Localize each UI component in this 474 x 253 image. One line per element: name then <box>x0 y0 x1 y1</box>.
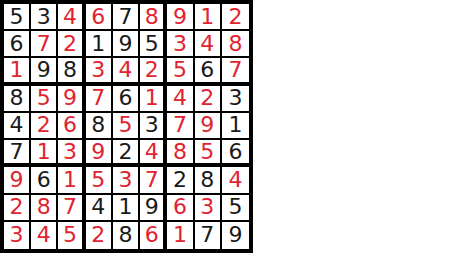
cell-r2c6[interactable]: 5 <box>140 31 167 58</box>
cell-r5c5[interactable]: 5 <box>113 113 140 140</box>
cell-r1c1[interactable]: 5 <box>4 4 31 31</box>
cell-r9c3[interactable]: 5 <box>58 222 85 249</box>
cell-r1c5[interactable]: 7 <box>113 4 140 31</box>
cell-r7c2[interactable]: 6 <box>31 167 58 194</box>
cell-r2c2[interactable]: 7 <box>31 31 58 58</box>
cell-r3c8[interactable]: 6 <box>195 58 222 85</box>
cell-r9c4[interactable]: 2 <box>86 222 113 249</box>
cell-r1c3[interactable]: 4 <box>58 4 85 31</box>
cell-r4c7[interactable]: 4 <box>167 86 194 113</box>
cell-r1c4[interactable]: 6 <box>86 4 113 31</box>
cell-r8c6[interactable]: 9 <box>140 195 167 222</box>
cell-r5c6[interactable]: 3 <box>140 113 167 140</box>
cell-r1c9[interactable]: 2 <box>222 4 249 31</box>
cell-r5c8[interactable]: 9 <box>195 113 222 140</box>
cell-r6c6[interactable]: 4 <box>140 140 167 167</box>
cell-r6c7[interactable]: 8 <box>167 140 194 167</box>
cell-r8c2[interactable]: 8 <box>31 195 58 222</box>
cell-r2c5[interactable]: 9 <box>113 31 140 58</box>
cell-r1c7[interactable]: 9 <box>167 4 194 31</box>
cell-r8c3[interactable]: 7 <box>58 195 85 222</box>
cell-r4c9[interactable]: 3 <box>222 86 249 113</box>
cell-r4c3[interactable]: 9 <box>58 86 85 113</box>
cell-r1c6[interactable]: 8 <box>140 4 167 31</box>
cell-r7c1[interactable]: 9 <box>4 167 31 194</box>
cell-r4c2[interactable]: 5 <box>31 86 58 113</box>
cell-r2c9[interactable]: 8 <box>222 31 249 58</box>
cell-r6c8[interactable]: 5 <box>195 140 222 167</box>
cell-r6c5[interactable]: 2 <box>113 140 140 167</box>
cell-r4c5[interactable]: 6 <box>113 86 140 113</box>
cell-r9c1[interactable]: 3 <box>4 222 31 249</box>
cell-r9c8[interactable]: 7 <box>195 222 222 249</box>
cell-r5c4[interactable]: 8 <box>86 113 113 140</box>
cell-r2c4[interactable]: 1 <box>86 31 113 58</box>
cell-r3c7[interactable]: 5 <box>167 58 194 85</box>
cell-r4c1[interactable]: 8 <box>4 86 31 113</box>
cell-r8c1[interactable]: 2 <box>4 195 31 222</box>
sudoku-board: 5346789126721953481983425678597614234268… <box>0 0 253 253</box>
cell-r3c9[interactable]: 7 <box>222 58 249 85</box>
cell-r6c9[interactable]: 6 <box>222 140 249 167</box>
cell-r7c7[interactable]: 2 <box>167 167 194 194</box>
cell-r4c8[interactable]: 2 <box>195 86 222 113</box>
cell-r9c2[interactable]: 4 <box>31 222 58 249</box>
cell-r3c4[interactable]: 3 <box>86 58 113 85</box>
cell-r3c3[interactable]: 8 <box>58 58 85 85</box>
cell-r7c8[interactable]: 8 <box>195 167 222 194</box>
cell-r1c2[interactable]: 3 <box>31 4 58 31</box>
cell-r3c5[interactable]: 4 <box>113 58 140 85</box>
cell-r4c4[interactable]: 7 <box>86 86 113 113</box>
cell-r1c8[interactable]: 1 <box>195 4 222 31</box>
cell-r7c5[interactable]: 3 <box>113 167 140 194</box>
cell-r8c4[interactable]: 4 <box>86 195 113 222</box>
cell-r3c2[interactable]: 9 <box>31 58 58 85</box>
cell-r8c9[interactable]: 5 <box>222 195 249 222</box>
cell-r6c3[interactable]: 3 <box>58 140 85 167</box>
cell-r6c4[interactable]: 9 <box>86 140 113 167</box>
cell-r7c3[interactable]: 1 <box>58 167 85 194</box>
cell-r9c9[interactable]: 9 <box>222 222 249 249</box>
cell-r2c3[interactable]: 2 <box>58 31 85 58</box>
cell-r5c1[interactable]: 4 <box>4 113 31 140</box>
cell-r3c1[interactable]: 1 <box>4 58 31 85</box>
cell-r3c6[interactable]: 2 <box>140 58 167 85</box>
cell-r2c7[interactable]: 3 <box>167 31 194 58</box>
cell-r9c5[interactable]: 8 <box>113 222 140 249</box>
cell-r5c9[interactable]: 1 <box>222 113 249 140</box>
cell-r6c2[interactable]: 1 <box>31 140 58 167</box>
cell-r5c3[interactable]: 6 <box>58 113 85 140</box>
sudoku-diagram: 5346789126721953481983425678597614234268… <box>0 0 474 253</box>
cell-r7c6[interactable]: 7 <box>140 167 167 194</box>
cell-r4c6[interactable]: 1 <box>140 86 167 113</box>
cell-r5c2[interactable]: 2 <box>31 113 58 140</box>
cell-r2c1[interactable]: 6 <box>4 31 31 58</box>
cell-r5c7[interactable]: 7 <box>167 113 194 140</box>
cell-r6c1[interactable]: 7 <box>4 140 31 167</box>
cell-r7c9[interactable]: 4 <box>222 167 249 194</box>
cell-r8c8[interactable]: 3 <box>195 195 222 222</box>
cell-r9c7[interactable]: 1 <box>167 222 194 249</box>
cell-r2c8[interactable]: 4 <box>195 31 222 58</box>
cell-r9c6[interactable]: 6 <box>140 222 167 249</box>
cell-r7c4[interactable]: 5 <box>86 167 113 194</box>
cell-r8c5[interactable]: 1 <box>113 195 140 222</box>
cell-r8c7[interactable]: 6 <box>167 195 194 222</box>
